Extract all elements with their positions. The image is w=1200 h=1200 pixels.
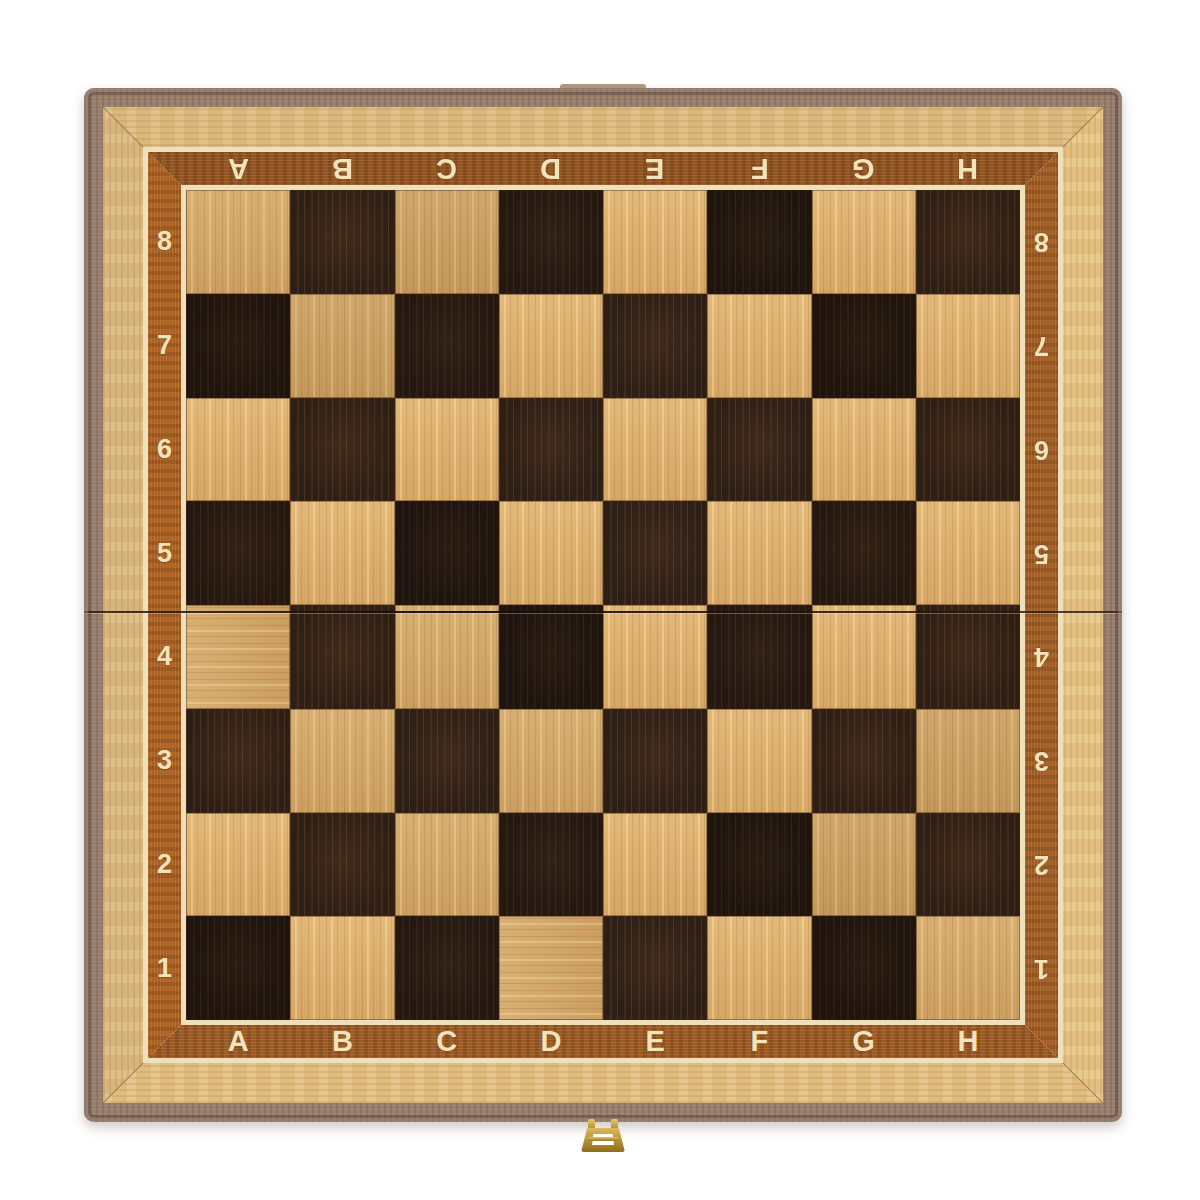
rank-label-cell: 5 <box>1025 501 1058 605</box>
file-label: E <box>645 154 664 183</box>
square-e2[interactable] <box>603 813 707 917</box>
rank-label: 8 <box>1034 228 1049 255</box>
square-e6[interactable] <box>603 398 707 502</box>
rank-label-cell: 6 <box>148 398 181 502</box>
square-c1[interactable] <box>395 916 499 1020</box>
file-label: F <box>751 1027 769 1056</box>
file-label: D <box>540 1027 561 1056</box>
square-c8[interactable] <box>395 190 499 294</box>
brass-latch <box>581 1119 625 1153</box>
square-b6[interactable] <box>290 398 394 502</box>
square-f8[interactable] <box>707 190 811 294</box>
file-label: F <box>751 154 769 183</box>
rank-label: 3 <box>1034 747 1049 774</box>
rank-label: 2 <box>157 851 172 878</box>
file-label-cell: D <box>499 152 603 185</box>
file-label: B <box>332 1027 353 1056</box>
square-c2[interactable] <box>395 813 499 917</box>
rank-label-cell: 7 <box>1025 294 1058 398</box>
playing-field <box>186 190 1020 1020</box>
file-label-cell: B <box>290 1025 394 1058</box>
oak-frame-top <box>103 107 1103 152</box>
square-h3[interactable] <box>916 709 1020 813</box>
square-f3[interactable] <box>707 709 811 813</box>
square-f5[interactable] <box>707 501 811 605</box>
file-label: G <box>852 154 875 183</box>
rank-label-cell: 4 <box>148 605 181 709</box>
rank-label-cell: 8 <box>1025 190 1058 294</box>
square-c7[interactable] <box>395 294 499 398</box>
rank-label-cell: 5 <box>148 501 181 605</box>
square-g7[interactable] <box>812 294 916 398</box>
square-h7[interactable] <box>916 294 1020 398</box>
square-d8[interactable] <box>499 190 603 294</box>
rank-label-cell: 3 <box>1025 709 1058 813</box>
rank-label-cell: 2 <box>148 813 181 917</box>
file-label: B <box>332 154 353 183</box>
rank-label-cell: 1 <box>1025 916 1058 1020</box>
file-label-cell: E <box>603 152 707 185</box>
file-label: A <box>228 1027 249 1056</box>
file-label: H <box>957 154 978 183</box>
square-b8[interactable] <box>290 190 394 294</box>
rank-label: 5 <box>157 540 172 567</box>
file-label-cell: A <box>186 1025 290 1058</box>
file-label-cell: F <box>707 152 811 185</box>
file-labels-top: ABCDEFGH <box>186 152 1020 185</box>
rank-label-cell: 8 <box>148 190 181 294</box>
square-b4[interactable] <box>290 605 394 709</box>
rank-label-cell: 7 <box>148 294 181 398</box>
file-label-cell: C <box>395 1025 499 1058</box>
file-label: A <box>228 154 249 183</box>
file-label-cell: F <box>707 1025 811 1058</box>
latch-bar <box>587 1137 619 1141</box>
rank-label: 2 <box>1034 851 1049 878</box>
square-b3[interactable] <box>290 709 394 813</box>
square-c4[interactable] <box>395 605 499 709</box>
square-g1[interactable] <box>812 916 916 1020</box>
square-c6[interactable] <box>395 398 499 502</box>
square-h6[interactable] <box>916 398 1020 502</box>
file-label-cell: C <box>395 152 499 185</box>
rank-label: 6 <box>1034 436 1049 463</box>
file-label-cell: A <box>186 152 290 185</box>
square-g4[interactable] <box>812 605 916 709</box>
product-photo: ABCDEFGH ABCDEFGH 87654321 87654321 <box>0 0 1200 1200</box>
rank-label: 6 <box>157 436 172 463</box>
file-label: C <box>436 154 457 183</box>
square-d5[interactable] <box>499 501 603 605</box>
square-d6[interactable] <box>499 398 603 502</box>
square-f4[interactable] <box>707 605 811 709</box>
square-e5[interactable] <box>603 501 707 605</box>
square-h4[interactable] <box>916 605 1020 709</box>
rank-label: 8 <box>157 228 172 255</box>
file-label: H <box>957 1027 978 1056</box>
square-e7[interactable] <box>603 294 707 398</box>
square-e3[interactable] <box>603 709 707 813</box>
square-a7[interactable] <box>186 294 290 398</box>
square-b2[interactable] <box>290 813 394 917</box>
square-b1[interactable] <box>290 916 394 1020</box>
rank-label: 3 <box>157 747 172 774</box>
square-a1[interactable] <box>186 916 290 1020</box>
square-d3[interactable] <box>499 709 603 813</box>
rank-label-cell: 1 <box>148 916 181 1020</box>
square-h8[interactable] <box>916 190 1020 294</box>
square-g5[interactable] <box>812 501 916 605</box>
file-label-cell: B <box>290 152 394 185</box>
square-d1[interactable] <box>499 916 603 1020</box>
square-g8[interactable] <box>812 190 916 294</box>
rank-label-cell: 3 <box>148 709 181 813</box>
square-f1[interactable] <box>707 916 811 1020</box>
square-d4[interactable] <box>499 605 603 709</box>
rank-label: 7 <box>1034 332 1049 359</box>
file-label-cell: H <box>916 1025 1020 1058</box>
rank-label: 4 <box>1034 643 1049 670</box>
square-h2[interactable] <box>916 813 1020 917</box>
file-labels-bottom: ABCDEFGH <box>186 1025 1020 1058</box>
rank-label: 5 <box>1034 540 1049 567</box>
rank-label-cell: 6 <box>1025 398 1058 502</box>
square-b5[interactable] <box>290 501 394 605</box>
rank-label: 7 <box>157 332 172 359</box>
square-h5[interactable] <box>916 501 1020 605</box>
file-label: D <box>540 154 561 183</box>
square-a6[interactable] <box>186 398 290 502</box>
file-label: E <box>645 1027 664 1056</box>
rank-label: 1 <box>1034 955 1049 982</box>
square-g2[interactable] <box>812 813 916 917</box>
square-f2[interactable] <box>707 813 811 917</box>
file-label-cell: H <box>916 152 1020 185</box>
rank-label-cell: 4 <box>1025 605 1058 709</box>
file-label: C <box>436 1027 457 1056</box>
square-d7[interactable] <box>499 294 603 398</box>
file-label-cell: D <box>499 1025 603 1058</box>
square-g3[interactable] <box>812 709 916 813</box>
file-label-cell: E <box>603 1025 707 1058</box>
square-h1[interactable] <box>916 916 1020 1020</box>
square-f6[interactable] <box>707 398 811 502</box>
rank-labels-right: 87654321 <box>1025 190 1058 1020</box>
file-label-cell: G <box>812 152 916 185</box>
square-a5[interactable] <box>186 501 290 605</box>
rank-label: 4 <box>157 643 172 670</box>
file-label-cell: G <box>812 1025 916 1058</box>
square-a3[interactable] <box>186 709 290 813</box>
square-c5[interactable] <box>395 501 499 605</box>
chess-board-box: ABCDEFGH ABCDEFGH 87654321 87654321 <box>84 88 1122 1122</box>
fold-seam <box>84 611 1122 613</box>
square-g6[interactable] <box>812 398 916 502</box>
square-e1[interactable] <box>603 916 707 1020</box>
oak-frame-bottom <box>103 1058 1103 1103</box>
oak-frame-right <box>1058 107 1103 1103</box>
square-a4[interactable] <box>186 605 290 709</box>
square-e8[interactable] <box>603 190 707 294</box>
rank-label: 1 <box>157 955 172 982</box>
rank-labels-left: 87654321 <box>148 190 181 1020</box>
square-e4[interactable] <box>603 605 707 709</box>
square-b7[interactable] <box>290 294 394 398</box>
rank-label-cell: 2 <box>1025 813 1058 917</box>
square-a2[interactable] <box>186 813 290 917</box>
file-label: G <box>852 1027 875 1056</box>
oak-frame-left <box>103 107 148 1103</box>
square-c3[interactable] <box>395 709 499 813</box>
square-f7[interactable] <box>707 294 811 398</box>
square-a8[interactable] <box>186 190 290 294</box>
square-d2[interactable] <box>499 813 603 917</box>
